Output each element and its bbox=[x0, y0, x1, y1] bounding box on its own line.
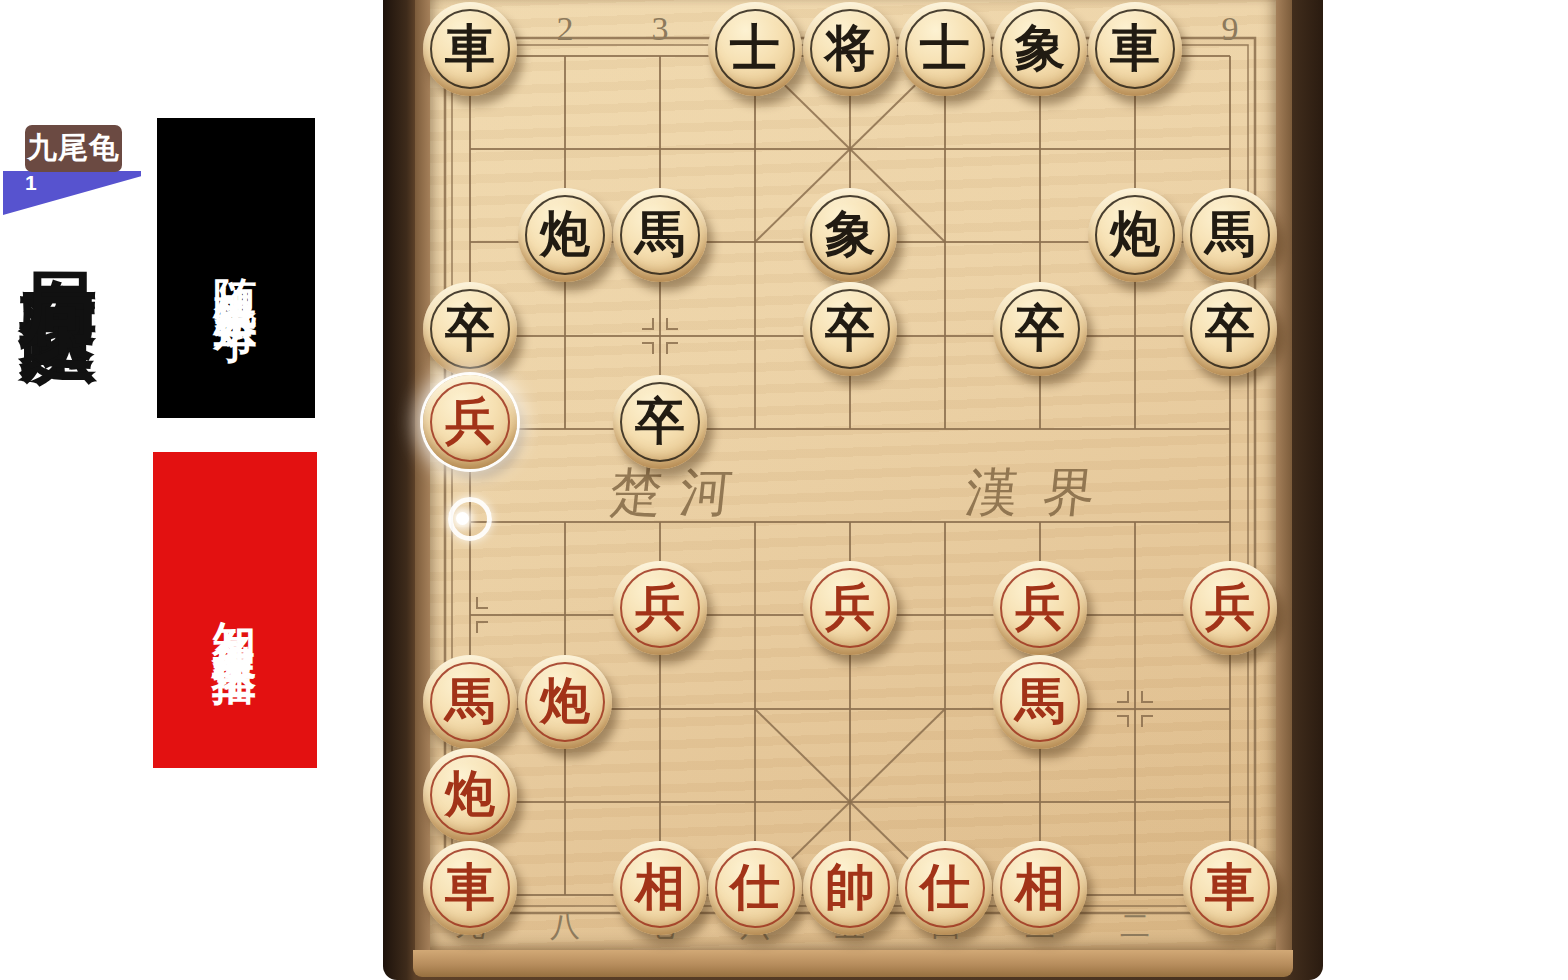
piece-red-soldier[interactable]: 兵 bbox=[423, 375, 517, 469]
piece-red-soldier[interactable]: 兵 bbox=[1183, 561, 1277, 655]
banner-opponent: 随机象棋对手 bbox=[157, 118, 315, 418]
piece-character: 炮 bbox=[1110, 209, 1160, 259]
piece-black-cannon[interactable]: 炮 bbox=[1088, 188, 1182, 282]
piece-red-soldier[interactable]: 兵 bbox=[613, 561, 707, 655]
piece-character: 相 bbox=[1015, 862, 1065, 912]
piece-character: 車 bbox=[1205, 862, 1255, 912]
piece-red-soldier[interactable]: 兵 bbox=[993, 561, 1087, 655]
piece-character: 車 bbox=[445, 23, 495, 73]
piece-black-chariot[interactable]: 車 bbox=[423, 2, 517, 96]
piece-character: 馬 bbox=[1205, 209, 1255, 259]
board-grid bbox=[383, 0, 1323, 980]
page: { "game": "xiangqi", "position": { "fen"… bbox=[0, 0, 1568, 980]
piece-black-horse[interactable]: 馬 bbox=[613, 188, 707, 282]
badge-ribbon: 1 bbox=[3, 171, 141, 215]
banner-opponent-text: 随机象棋对手 bbox=[207, 244, 265, 292]
piece-character: 帥 bbox=[825, 862, 875, 912]
piece-character: 兵 bbox=[825, 582, 875, 632]
piece-character: 兵 bbox=[1015, 582, 1065, 632]
channel-badge: 九尾龟 bbox=[25, 125, 122, 172]
banner-streamer: 知名象棋主播 bbox=[153, 452, 317, 768]
piece-character: 相 bbox=[635, 862, 685, 912]
xiangqi-board: 楚河 漢界 123456789九八七六五四三二一 車士将士象車炮馬象炮馬卒卒卒卒… bbox=[383, 0, 1323, 980]
file-label-bottom-2: 八 bbox=[543, 906, 587, 947]
piece-black-soldier[interactable]: 卒 bbox=[613, 375, 707, 469]
piece-black-chariot[interactable]: 車 bbox=[1088, 2, 1182, 96]
piece-character: 車 bbox=[1110, 23, 1160, 73]
piece-character: 卒 bbox=[1015, 303, 1065, 353]
piece-character: 馬 bbox=[635, 209, 685, 259]
piece-red-general[interactable]: 帥 bbox=[803, 841, 897, 935]
piece-black-advisor[interactable]: 士 bbox=[898, 2, 992, 96]
piece-red-cannon[interactable]: 炮 bbox=[518, 655, 612, 749]
piece-character: 仕 bbox=[920, 862, 970, 912]
file-label-top-9: 9 bbox=[1208, 10, 1252, 48]
piece-character: 兵 bbox=[1205, 582, 1255, 632]
file-label-top-3: 3 bbox=[638, 10, 682, 48]
piece-black-soldier[interactable]: 卒 bbox=[803, 282, 897, 376]
piece-character: 将 bbox=[825, 23, 875, 73]
piece-red-elephant[interactable]: 相 bbox=[993, 841, 1087, 935]
piece-red-cannon[interactable]: 炮 bbox=[423, 748, 517, 842]
piece-character: 仕 bbox=[730, 862, 780, 912]
piece-black-soldier[interactable]: 卒 bbox=[993, 282, 1087, 376]
river-label-han: 漢界 bbox=[962, 458, 1123, 528]
file-label-bottom-8: 二 bbox=[1113, 906, 1157, 947]
piece-red-horse[interactable]: 馬 bbox=[423, 655, 517, 749]
piece-character: 馬 bbox=[445, 676, 495, 726]
piece-character: 炮 bbox=[540, 676, 590, 726]
piece-character: 卒 bbox=[445, 303, 495, 353]
piece-character: 兵 bbox=[635, 582, 685, 632]
piece-red-soldier[interactable]: 兵 bbox=[803, 561, 897, 655]
piece-red-chariot[interactable]: 車 bbox=[423, 841, 517, 935]
piece-character: 卒 bbox=[825, 303, 875, 353]
piece-character: 士 bbox=[920, 23, 970, 73]
piece-black-soldier[interactable]: 卒 bbox=[423, 282, 517, 376]
piece-red-chariot[interactable]: 車 bbox=[1183, 841, 1277, 935]
piece-black-soldier[interactable]: 卒 bbox=[1183, 282, 1277, 376]
piece-character: 兵 bbox=[445, 396, 495, 446]
piece-character: 象 bbox=[1015, 23, 1065, 73]
last-move-origin-marker bbox=[448, 497, 492, 541]
piece-black-horse[interactable]: 馬 bbox=[1183, 188, 1277, 282]
piece-character: 卒 bbox=[1205, 303, 1255, 353]
banner-streamer-text: 知名象棋主播 bbox=[206, 586, 265, 634]
piece-character: 卒 bbox=[635, 396, 685, 446]
badge-ribbon-number: 1 bbox=[25, 171, 37, 195]
piece-black-elephant[interactable]: 象 bbox=[993, 2, 1087, 96]
piece-character: 炮 bbox=[445, 769, 495, 819]
piece-red-elephant[interactable]: 相 bbox=[613, 841, 707, 935]
river-label-chu: 楚河 bbox=[606, 458, 753, 528]
piece-black-general[interactable]: 将 bbox=[803, 2, 897, 96]
piece-black-advisor[interactable]: 士 bbox=[708, 2, 802, 96]
piece-character: 象 bbox=[825, 209, 875, 259]
piece-character: 車 bbox=[445, 862, 495, 912]
file-label-top-2: 2 bbox=[543, 10, 587, 48]
piece-black-elephant[interactable]: 象 bbox=[803, 188, 897, 282]
channel-badge-label: 九尾龟 bbox=[27, 128, 120, 169]
piece-black-cannon[interactable]: 炮 bbox=[518, 188, 612, 282]
piece-character: 炮 bbox=[540, 209, 590, 259]
piece-character: 士 bbox=[730, 23, 780, 73]
piece-red-horse[interactable]: 馬 bbox=[993, 655, 1087, 749]
piece-character: 馬 bbox=[1015, 676, 1065, 726]
piece-red-advisor[interactable]: 仕 bbox=[898, 841, 992, 935]
piece-red-advisor[interactable]: 仕 bbox=[708, 841, 802, 935]
